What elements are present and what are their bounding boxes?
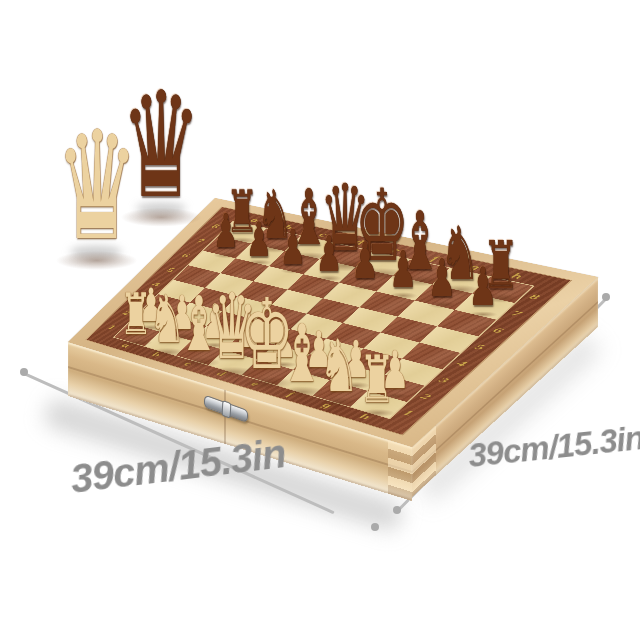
piece-shadow [136,203,186,214]
finger-joints [388,440,412,501]
piece-light-queen: ♛ [30,111,164,261]
queen-icon: ♛ [55,111,138,261]
piece-dark-queen: ♛ [96,72,227,218]
dimension-endpoint-dot [371,523,379,531]
chess-set-product-photo: abcdefgh abcdefgh 12345678 12345678 ♜♞♝♛… [0,0,640,640]
dimension-endpoint-dot [393,506,401,514]
dimension-endpoint-dot [20,368,28,376]
dimension-endpoint-dot [602,293,610,301]
piece-shadow [70,246,122,258]
metal-latch-icon [204,394,249,422]
queen-icon: ♛ [120,72,201,218]
